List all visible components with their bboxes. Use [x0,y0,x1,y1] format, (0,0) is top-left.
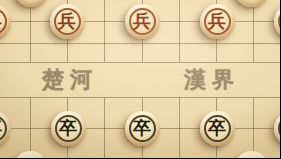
piece-red-soldier[interactable]: 兵 [50,4,85,39]
piece-character: 卒 [125,111,160,146]
piece-character: 兵 [274,4,281,39]
piece-red-soldier-partial[interactable]: 兵 [274,4,281,39]
xiangqi-board[interactable]: 楚河 漢界 兵兵兵兵兵卒卒卒卒卒 [0,0,280,158]
grid-line-vertical [30,0,31,62]
piece-black-soldier[interactable]: 卒 [51,111,86,146]
piece-character: 卒 [274,111,281,146]
piece-black-soldier[interactable]: 卒 [125,111,160,146]
piece-black-soldier[interactable]: 卒 [200,111,235,146]
piece-character: 卒 [0,111,11,146]
piece-black-cannon-partial[interactable] [13,151,48,159]
piece-black-soldier-partial[interactable]: 卒 [0,111,11,146]
piece-character: 卒 [51,111,86,146]
river-label-han-border: 漢界 [184,69,240,91]
piece-character: 兵 [0,4,11,39]
piece-red-soldier[interactable]: 兵 [125,4,160,39]
grid-line-horizontal [0,62,280,63]
piece-black-soldier-partial[interactable]: 卒 [274,111,281,146]
piece-red-cannon-partial[interactable] [234,0,269,7]
piece-red-soldier[interactable]: 兵 [200,4,235,39]
piece-red-soldier-partial[interactable]: 兵 [0,4,11,39]
grid-line-horizontal [0,97,280,98]
piece-character: 兵 [125,4,160,39]
piece-black-cannon-partial[interactable] [234,151,269,159]
piece-character: 兵 [200,4,235,39]
grid-line-vertical [179,0,180,62]
piece-red-cannon-partial[interactable] [14,0,49,7]
river-label-chu-river: 楚河 [42,69,98,91]
piece-character: 卒 [200,111,235,146]
grid-line-horizontal [0,43,280,44]
grid-line-vertical [253,0,254,62]
grid-line-vertical [104,0,105,62]
piece-character: 兵 [50,4,85,39]
